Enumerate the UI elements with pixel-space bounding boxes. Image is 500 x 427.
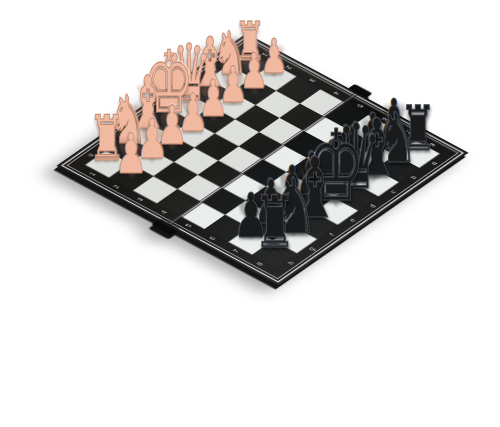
rank-label-near-5-text: 5 (187, 225, 190, 227)
rank-label-near-4-text: 4 (163, 212, 166, 214)
rank-label-near-6-text: 6 (211, 237, 214, 239)
piece-glyph: ♜ (254, 188, 296, 259)
hinge-knuckle-far (347, 84, 373, 99)
rank-label-near-2-text: 2 (116, 186, 119, 188)
product-photo-scene: aa11bb22cc33dd44ee55ff66gg77hh88 ♜♜♟♟♞♞♟… (0, 0, 500, 427)
pieces-layer: ♜♜♟♟♞♞♟♟♝♝♟♟♛♛♟♟♚♚♟♟♝♝♟♟♟♟♞♞♜♜♟♟♟♟♜♜♞♞♟♟… (0, 0, 500, 427)
rank-label-far-3-text: 3 (311, 79, 314, 81)
hinge-knuckle-near (151, 218, 180, 235)
piece-glyph: ♟ (115, 126, 148, 182)
rank-label-near-3-text: 3 (139, 199, 142, 201)
rank-label-far-4-text: 4 (335, 92, 338, 94)
